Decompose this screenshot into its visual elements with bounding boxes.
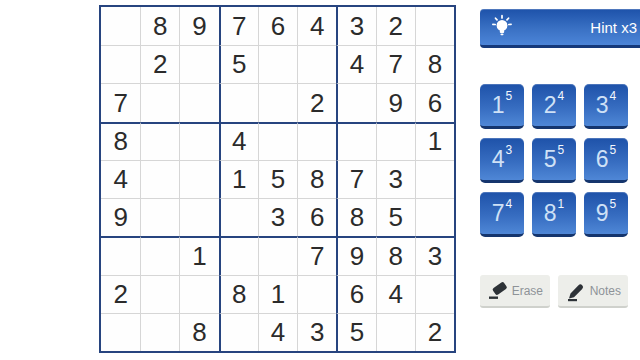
cell-r6c4[interactable]: [219, 198, 258, 236]
hint-label: Hint x3: [590, 19, 637, 36]
cell-r4c5[interactable]: [258, 122, 297, 160]
cell-r7c9[interactable]: 3: [415, 236, 454, 274]
cell-r4c2[interactable]: [140, 122, 179, 160]
cell-r3c1[interactable]: 7: [101, 83, 140, 121]
cell-r7c5[interactable]: [258, 236, 297, 274]
remaining-count: 5: [610, 198, 617, 210]
cell-r9c8[interactable]: [376, 313, 415, 351]
cell-r7c7[interactable]: 9: [336, 236, 375, 274]
cell-r1c3[interactable]: 9: [179, 7, 218, 45]
remaining-count: 4: [506, 198, 513, 210]
cell-r2c9[interactable]: 8: [415, 45, 454, 83]
cell-r5c8[interactable]: 3: [376, 160, 415, 198]
cell-r7c2[interactable]: [140, 236, 179, 274]
cell-r3c8[interactable]: 9: [376, 83, 415, 121]
cell-r1c1[interactable]: [101, 7, 140, 45]
digit-label: 3: [596, 94, 609, 117]
digit-label: 7: [492, 202, 505, 225]
cell-r8c4[interactable]: 8: [219, 275, 258, 313]
cell-r9c2[interactable]: [140, 313, 179, 351]
number-6-button[interactable]: 65: [584, 138, 628, 183]
cell-r5c9[interactable]: [415, 160, 454, 198]
cell-r4c1[interactable]: 8: [101, 122, 140, 160]
digit-label: 5: [544, 148, 557, 171]
cell-r4c6[interactable]: [297, 122, 336, 160]
cell-r5c2[interactable]: [140, 160, 179, 198]
cell-r6c5[interactable]: 3: [258, 198, 297, 236]
cell-r4c4[interactable]: 4: [219, 122, 258, 160]
cell-r8c5[interactable]: 1: [258, 275, 297, 313]
number-4-button[interactable]: 43: [480, 138, 524, 183]
cell-r6c9[interactable]: [415, 198, 454, 236]
cell-r8c1[interactable]: 2: [101, 275, 140, 313]
cell-r8c3[interactable]: [179, 275, 218, 313]
digit-label: 2: [544, 94, 557, 117]
cell-r8c6[interactable]: [297, 275, 336, 313]
cell-r3c4[interactable]: [219, 83, 258, 121]
number-2-button[interactable]: 24: [532, 84, 576, 129]
cell-r7c6[interactable]: 7: [297, 236, 336, 274]
cell-r9c1[interactable]: [101, 313, 140, 351]
number-8-button[interactable]: 81: [532, 192, 576, 237]
cell-r3c9[interactable]: 6: [415, 83, 454, 121]
hint-button[interactable]: Hint x3: [480, 9, 640, 48]
cell-r5c6[interactable]: 8: [297, 160, 336, 198]
remaining-count: 5: [506, 90, 513, 102]
cell-r3c2[interactable]: [140, 83, 179, 121]
cell-r6c7[interactable]: 8: [336, 198, 375, 236]
cell-r2c7[interactable]: 4: [336, 45, 375, 83]
cell-r2c2[interactable]: 2: [140, 45, 179, 83]
cell-r1c5[interactable]: 6: [258, 7, 297, 45]
cell-r1c4[interactable]: 7: [219, 7, 258, 45]
cell-r6c2[interactable]: [140, 198, 179, 236]
cell-r9c5[interactable]: 4: [258, 313, 297, 351]
cell-r9c6[interactable]: 3: [297, 313, 336, 351]
cell-r2c5[interactable]: [258, 45, 297, 83]
cell-r7c3[interactable]: 1: [179, 236, 218, 274]
cell-r9c4[interactable]: [219, 313, 258, 351]
erase-label: Erase: [512, 284, 543, 298]
cell-r4c3[interactable]: [179, 122, 218, 160]
cell-r2c1[interactable]: [101, 45, 140, 83]
cell-r5c3[interactable]: [179, 160, 218, 198]
cell-r7c4[interactable]: [219, 236, 258, 274]
cell-r5c7[interactable]: 7: [336, 160, 375, 198]
number-7-button[interactable]: 74: [480, 192, 524, 237]
cell-r5c4[interactable]: 1: [219, 160, 258, 198]
erase-button[interactable]: Erase: [480, 275, 550, 308]
cell-r7c8[interactable]: 8: [376, 236, 415, 274]
digit-label: 9: [596, 202, 609, 225]
cell-r1c8[interactable]: 2: [376, 7, 415, 45]
lightbulb-icon: [489, 14, 515, 40]
cell-r4c8[interactable]: [376, 122, 415, 160]
cell-r8c9[interactable]: [415, 275, 454, 313]
digit-label: 8: [544, 202, 557, 225]
remaining-count: 1: [558, 198, 565, 210]
cell-r2c3[interactable]: [179, 45, 218, 83]
cell-r7c1[interactable]: [101, 236, 140, 274]
digit-label: 1: [492, 94, 505, 117]
remaining-count: 4: [610, 90, 617, 102]
cell-r2c4[interactable]: 5: [219, 45, 258, 83]
remaining-count: 3: [506, 144, 513, 156]
digit-label: 4: [492, 148, 505, 171]
cell-r3c6[interactable]: 2: [297, 83, 336, 121]
cell-r1c6[interactable]: 4: [297, 7, 336, 45]
cell-r3c7[interactable]: [336, 83, 375, 121]
cell-r6c1[interactable]: 9: [101, 198, 140, 236]
number-pad: 152434435565748195: [480, 84, 628, 237]
cell-r9c7[interactable]: 5: [336, 313, 375, 351]
cell-r1c7[interactable]: 3: [336, 7, 375, 45]
cell-r6c6[interactable]: 6: [297, 198, 336, 236]
cell-r8c2[interactable]: [140, 275, 179, 313]
cell-r1c9[interactable]: [415, 7, 454, 45]
cell-r4c9[interactable]: 1: [415, 122, 454, 160]
cell-r6c8[interactable]: 5: [376, 198, 415, 236]
cell-r8c8[interactable]: 4: [376, 275, 415, 313]
number-1-button[interactable]: 15: [480, 84, 524, 129]
cell-r2c8[interactable]: 7: [376, 45, 415, 83]
cell-r3c3[interactable]: [179, 83, 218, 121]
remaining-count: 4: [558, 90, 565, 102]
eraser-icon: [486, 280, 510, 302]
sudoku-board: 8976432254787296841415873936851798328164…: [99, 5, 456, 353]
cell-r9c3[interactable]: 8: [179, 313, 218, 351]
cell-r5c1[interactable]: 4: [101, 160, 140, 198]
pencil-icon: [564, 280, 588, 302]
cell-r1c2[interactable]: 8: [140, 7, 179, 45]
cell-r5c5[interactable]: 5: [258, 160, 297, 198]
cell-r8c7[interactable]: 6: [336, 275, 375, 313]
cell-r9c9[interactable]: 2: [415, 313, 454, 351]
remaining-count: 5: [558, 144, 565, 156]
tool-buttons: Erase Notes: [480, 275, 628, 308]
cell-r4c7[interactable]: [336, 122, 375, 160]
digit-label: 6: [596, 148, 609, 171]
number-9-button[interactable]: 95: [584, 192, 628, 237]
remaining-count: 5: [610, 144, 617, 156]
cell-r3c5[interactable]: [258, 83, 297, 121]
cell-r6c3[interactable]: [179, 198, 218, 236]
notes-button[interactable]: Notes: [558, 275, 628, 308]
notes-label: Notes: [590, 284, 621, 298]
cell-r2c6[interactable]: [297, 45, 336, 83]
number-3-button[interactable]: 34: [584, 84, 628, 129]
number-5-button[interactable]: 55: [532, 138, 576, 183]
